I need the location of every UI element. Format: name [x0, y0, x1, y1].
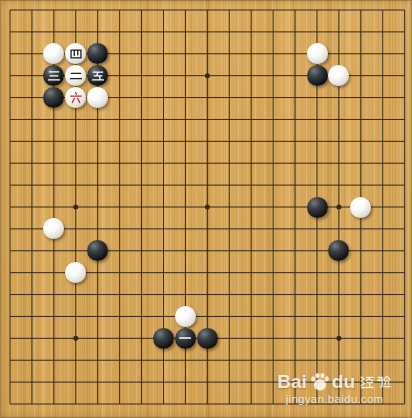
baidu-logo: Bai du [277, 371, 392, 392]
baidu-paw-icon [309, 371, 331, 392]
go-screenshot: Bai du jingyan.baidu.com [0, 0, 412, 418]
move-number-glyph [69, 91, 83, 105]
stone-black [153, 328, 174, 349]
stone-black [307, 197, 328, 218]
baidu-watermark: Bai du jingyan.baidu.com [277, 371, 392, 406]
brand-text-du: du [332, 372, 355, 392]
stone-white [175, 306, 196, 327]
brand-text-bai: Bai [277, 372, 307, 392]
move-number-glyph [47, 69, 61, 83]
stone-black [307, 65, 328, 86]
stone-black [197, 328, 218, 349]
stone-white [307, 43, 328, 64]
watermark-url: jingyan.baidu.com [277, 393, 392, 406]
move-number-glyph [178, 331, 192, 345]
go-board [0, 0, 412, 418]
move-number-glyph [69, 69, 83, 83]
stone-black [175, 328, 196, 349]
brand-cjk-jingyan-glyphs [359, 374, 392, 391]
stone-white [350, 197, 371, 218]
move-number-glyph [91, 69, 105, 83]
move-number-glyph [69, 47, 83, 61]
